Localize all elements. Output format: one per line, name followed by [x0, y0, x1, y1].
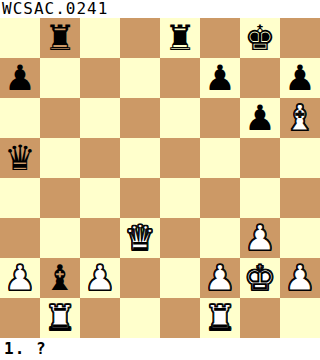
square-d2[interactable] [120, 258, 160, 298]
square-e1[interactable] [160, 298, 200, 338]
square-e5[interactable] [160, 138, 200, 178]
square-h3[interactable] [280, 218, 320, 258]
move-prompt: 1. ? [0, 338, 320, 360]
square-g3[interactable]: ♟ [240, 218, 280, 258]
square-a4[interactable] [0, 178, 40, 218]
white-rook-piece: ♜ [204, 298, 235, 338]
white-rook-piece: ♜ [44, 298, 75, 338]
square-c2[interactable]: ♟ [80, 258, 120, 298]
square-c3[interactable] [80, 218, 120, 258]
square-a6[interactable] [0, 98, 40, 138]
square-h2[interactable]: ♟ [280, 258, 320, 298]
square-h7[interactable]: ♟ [280, 58, 320, 98]
square-e2[interactable] [160, 258, 200, 298]
black-pawn-piece: ♟ [244, 98, 275, 138]
square-e3[interactable] [160, 218, 200, 258]
square-b5[interactable] [40, 138, 80, 178]
square-g2[interactable]: ♚ [240, 258, 280, 298]
square-b2[interactable]: ♝ [40, 258, 80, 298]
square-g8[interactable]: ♚ [240, 18, 280, 58]
square-d1[interactable] [120, 298, 160, 338]
square-d6[interactable] [120, 98, 160, 138]
square-b8[interactable]: ♜ [40, 18, 80, 58]
square-f6[interactable] [200, 98, 240, 138]
black-rook-piece: ♜ [164, 18, 195, 58]
square-c4[interactable] [80, 178, 120, 218]
square-d8[interactable] [120, 18, 160, 58]
white-pawn-piece: ♟ [284, 258, 315, 298]
square-c6[interactable] [80, 98, 120, 138]
puzzle-title: WCSAC.0241 [0, 0, 320, 18]
square-b4[interactable] [40, 178, 80, 218]
square-a2[interactable]: ♟ [0, 258, 40, 298]
black-pawn-piece: ♟ [4, 58, 35, 98]
square-a7[interactable]: ♟ [0, 58, 40, 98]
square-h1[interactable] [280, 298, 320, 338]
white-pawn-piece: ♟ [84, 258, 115, 298]
black-rook-piece: ♜ [44, 18, 75, 58]
black-pawn-piece: ♟ [284, 58, 315, 98]
square-g4[interactable] [240, 178, 280, 218]
square-c5[interactable] [80, 138, 120, 178]
square-c7[interactable] [80, 58, 120, 98]
square-d3[interactable]: ♛ [120, 218, 160, 258]
square-a3[interactable] [0, 218, 40, 258]
square-f7[interactable]: ♟ [200, 58, 240, 98]
square-b7[interactable] [40, 58, 80, 98]
white-pawn-piece: ♟ [4, 258, 35, 298]
square-f3[interactable] [200, 218, 240, 258]
square-g5[interactable] [240, 138, 280, 178]
black-bishop-piece: ♝ [44, 258, 75, 298]
square-b1[interactable]: ♜ [40, 298, 80, 338]
square-f8[interactable] [200, 18, 240, 58]
square-a5[interactable]: ♛ [0, 138, 40, 178]
square-g6[interactable]: ♟ [240, 98, 280, 138]
square-a8[interactable] [0, 18, 40, 58]
white-pawn-piece: ♟ [244, 218, 275, 258]
square-a1[interactable] [0, 298, 40, 338]
white-bishop-piece: ♝ [284, 98, 315, 138]
white-queen-piece: ♛ [124, 218, 155, 258]
black-king-piece: ♚ [244, 18, 275, 58]
square-f2[interactable]: ♟ [200, 258, 240, 298]
square-e4[interactable] [160, 178, 200, 218]
black-pawn-piece: ♟ [204, 58, 235, 98]
square-f1[interactable]: ♜ [200, 298, 240, 338]
square-b6[interactable] [40, 98, 80, 138]
square-d5[interactable] [120, 138, 160, 178]
square-d7[interactable] [120, 58, 160, 98]
square-g1[interactable] [240, 298, 280, 338]
square-e7[interactable] [160, 58, 200, 98]
square-h5[interactable] [280, 138, 320, 178]
square-h4[interactable] [280, 178, 320, 218]
square-b3[interactable] [40, 218, 80, 258]
chess-board: ♜♜♚♟♟♟♟♝♛♛♟♟♝♟♟♚♟♜♜ [0, 18, 320, 338]
square-g7[interactable] [240, 58, 280, 98]
square-d4[interactable] [120, 178, 160, 218]
square-f5[interactable] [200, 138, 240, 178]
square-c1[interactable] [80, 298, 120, 338]
square-h8[interactable] [280, 18, 320, 58]
square-f4[interactable] [200, 178, 240, 218]
black-queen-piece: ♛ [4, 138, 35, 178]
white-king-piece: ♚ [244, 258, 275, 298]
white-pawn-piece: ♟ [204, 258, 235, 298]
square-h6[interactable]: ♝ [280, 98, 320, 138]
square-e6[interactable] [160, 98, 200, 138]
square-c8[interactable] [80, 18, 120, 58]
square-e8[interactable]: ♜ [160, 18, 200, 58]
